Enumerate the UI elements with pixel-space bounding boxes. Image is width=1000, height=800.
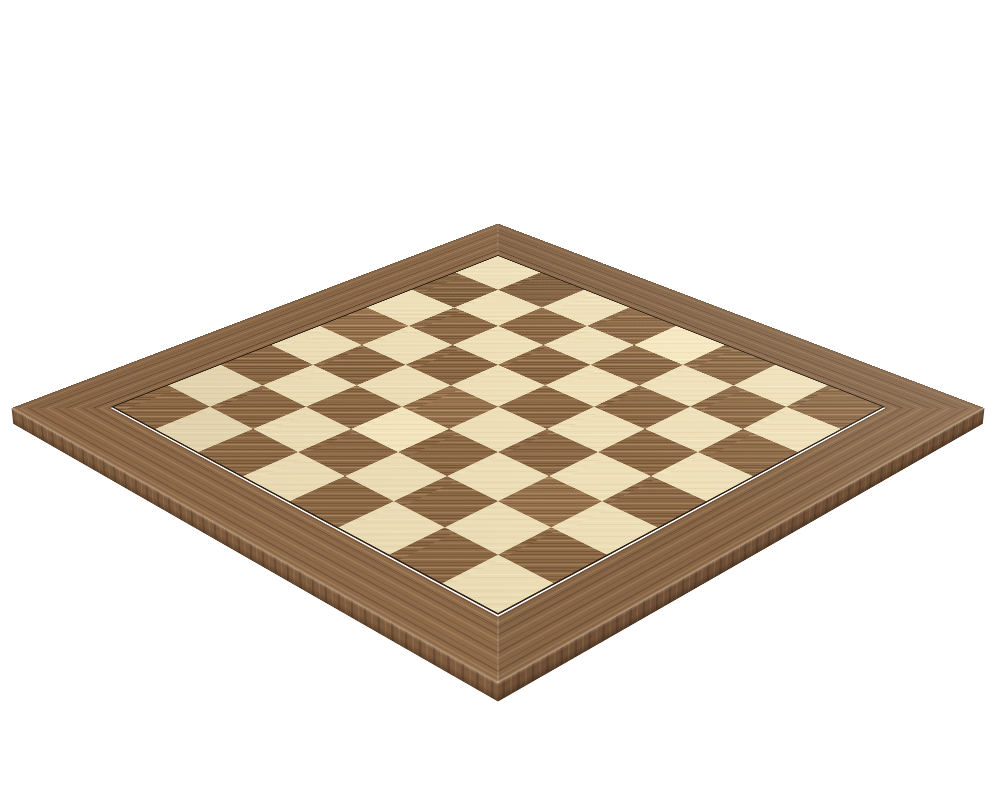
- board-square: [445, 501, 551, 554]
- board-square: [449, 407, 547, 452]
- board-square: [547, 407, 645, 452]
- board-square: [498, 429, 598, 476]
- board-square: [198, 429, 298, 476]
- board-square: [498, 527, 607, 583]
- board-square: [551, 501, 657, 554]
- board-square: [243, 452, 345, 501]
- board-square: [298, 429, 398, 476]
- board-square: [351, 407, 449, 452]
- board-square: [155, 407, 253, 452]
- board-square: [389, 527, 498, 583]
- scene: [0, 0, 1000, 800]
- board-square: [549, 452, 651, 501]
- board-square: [498, 476, 602, 527]
- board-square: [602, 476, 706, 527]
- board-square: [651, 452, 753, 501]
- board-square: [645, 407, 743, 452]
- product-photo-canvas: [0, 0, 1000, 800]
- board-square: [253, 407, 351, 452]
- board-square: [345, 452, 447, 501]
- playing-field: [111, 255, 885, 615]
- board-square: [698, 429, 798, 476]
- chess-board: [12, 223, 985, 683]
- board-square: [338, 501, 444, 554]
- board-frame-near-left: [12, 386, 559, 683]
- board-square: [447, 452, 549, 501]
- board-grid: [114, 256, 882, 613]
- board-square: [394, 476, 498, 527]
- board-top-surface: [12, 223, 985, 683]
- board-frame-near-right: [438, 386, 985, 683]
- board-square: [290, 476, 394, 527]
- board-square: [598, 429, 698, 476]
- board-square: [743, 407, 841, 452]
- board-square: [398, 429, 498, 476]
- board-square: [442, 555, 553, 613]
